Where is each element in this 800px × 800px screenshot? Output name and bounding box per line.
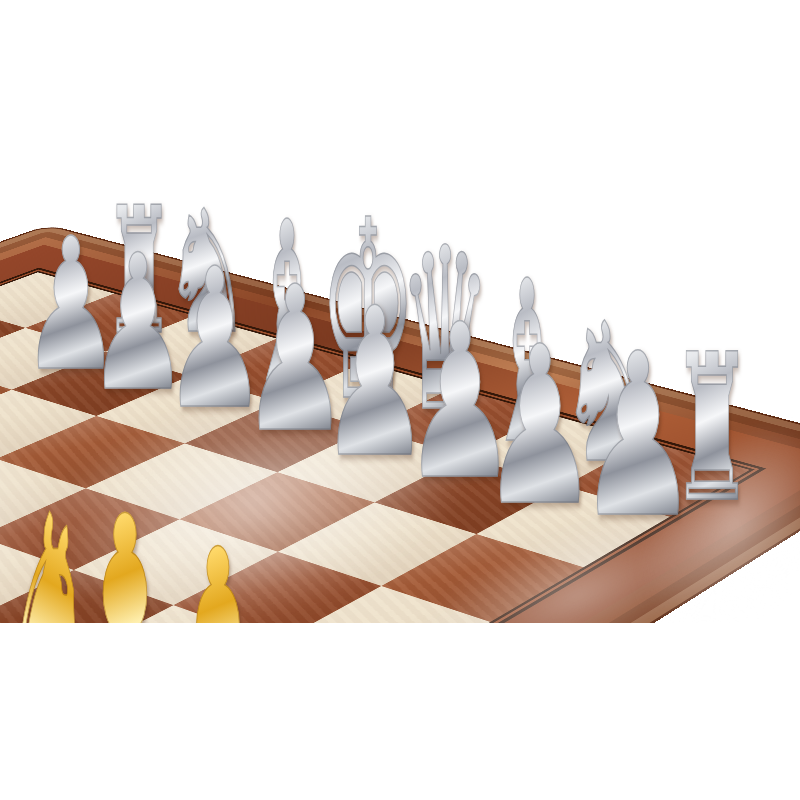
gold-pawn-f7-piece: ♟ [156,514,280,623]
photo-crop: ♜♞♝♚♛♝♞♜♟♟♟♟♟♟♟♟♞♟♟ [0,0,800,623]
gold-knight-g8-piece: ♞ [0,475,97,623]
silver-pawn-a2-piece: ♟ [577,324,698,549]
chess-set-product-photo: ♜♞♝♚♛♝♞♜♟♟♟♟♟♟♟♟♞♟♟ [0,0,800,800]
pieces-layer: ♜♞♝♚♛♝♞♜♟♟♟♟♟♟♟♟♞♟♟ [0,0,800,623]
